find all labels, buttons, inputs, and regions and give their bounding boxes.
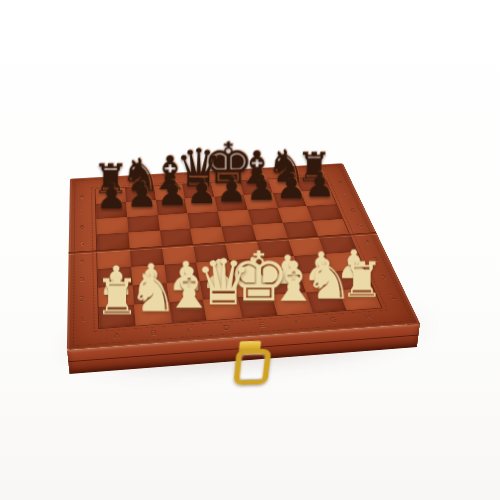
product-photo-scene: ABCDEFGH ABCDEFGH 12345678 12345678 ♜♞♝♛… — [0, 0, 500, 500]
rank-label-6: 6 — [76, 219, 88, 236]
file-label-b: B — [135, 328, 173, 339]
latch-ring-icon — [233, 349, 271, 385]
square-a1[interactable]: ♜ — [99, 305, 136, 328]
rank-label-5: 5 — [76, 235, 88, 253]
file-label-d: D — [208, 323, 246, 334]
piece-black-pawn-a7[interactable]: ♟ — [72, 179, 152, 214]
file-label-f: F — [279, 318, 317, 329]
rank-label-6: 6 — [344, 203, 362, 219]
square-c5[interactable] — [159, 229, 193, 247]
file-label-a: A — [98, 331, 135, 342]
board-top-face: ABCDEFGH ABCDEFGH 12345678 12345678 ♜♞♝♛… — [67, 163, 420, 350]
file-label-h: H — [350, 313, 388, 324]
rank-label-5: 5 — [351, 218, 370, 235]
folding-chess-box: ABCDEFGH ABCDEFGH 12345678 12345678 ♜♞♝♛… — [67, 163, 420, 350]
file-label-c: C — [171, 326, 209, 337]
square-d6[interactable] — [188, 211, 222, 228]
file-label-g: G — [315, 315, 353, 326]
brass-latch — [227, 341, 270, 390]
piece-white-rook-a1[interactable]: ♜ — [70, 273, 164, 323]
chess-board-grid: ♜♞♝♛♚♝♞♜♟♟♟♟♟♟♟♟♟♟♟♟♟♟♟♟♜♞♝♛♚♝♞♜ — [95, 176, 383, 329]
square-a6[interactable] — [96, 217, 128, 235]
file-label-e: E — [244, 320, 282, 331]
square-e6[interactable] — [218, 209, 252, 226]
